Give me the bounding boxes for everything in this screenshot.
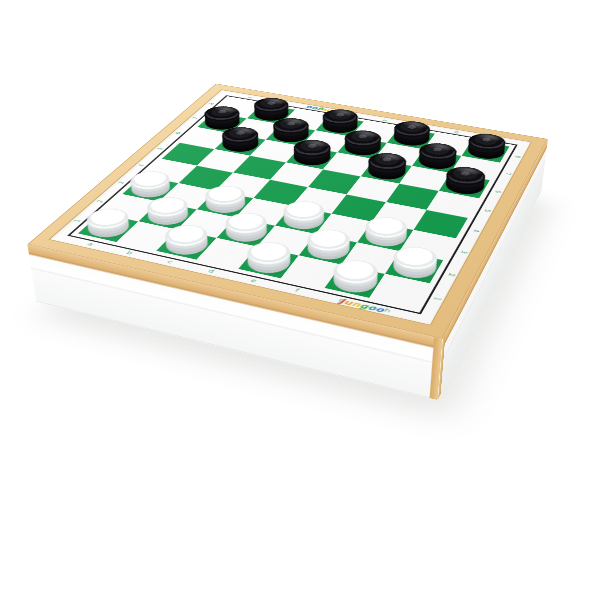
coord-rank-right-8: 8 bbox=[496, 151, 537, 162]
logo-letter: o bbox=[374, 305, 386, 314]
product-photo-stage: aabbccddeeffgghh1122334455667788 Jungoo … bbox=[0, 0, 600, 600]
checker-white-e1[interactable] bbox=[241, 248, 297, 277]
checker-white-c1[interactable] bbox=[158, 231, 214, 259]
coord-rank-left-6: 6 bbox=[159, 128, 198, 138]
coord-file-bottom-f: f bbox=[272, 283, 321, 300]
checker-white-g1[interactable] bbox=[327, 266, 383, 297]
coord-file-top-g: g bbox=[437, 127, 476, 137]
box-top-face: aabbccddeeffgghh1122334455667788 Jungoo … bbox=[27, 83, 547, 338]
coord-rank-left-5: 5 bbox=[140, 143, 180, 154]
